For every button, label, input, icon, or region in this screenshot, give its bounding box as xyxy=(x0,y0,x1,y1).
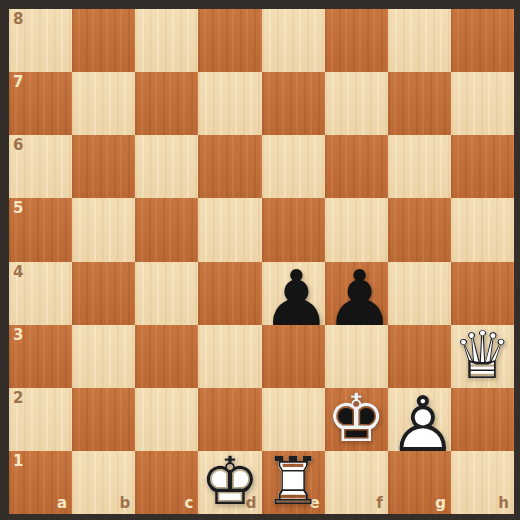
square-e2[interactable] xyxy=(262,388,325,451)
square-h8[interactable] xyxy=(451,9,514,72)
black-king[interactable]: ♚♔ xyxy=(325,388,388,451)
square-b4[interactable] xyxy=(72,262,135,325)
square-d7[interactable] xyxy=(198,72,261,135)
square-f7[interactable] xyxy=(325,72,388,135)
square-g6[interactable] xyxy=(388,135,451,198)
board-frame: 87654♟♟3♛♕2♚♔♟♙1abcd♚♔e♜♖fgh xyxy=(0,0,520,520)
square-f8[interactable] xyxy=(325,9,388,72)
square-e6[interactable] xyxy=(262,135,325,198)
square-a5[interactable]: 5 xyxy=(9,198,72,261)
square-f5[interactable] xyxy=(325,198,388,261)
square-a6[interactable]: 6 xyxy=(9,135,72,198)
coord-file-g: g xyxy=(435,496,446,511)
square-f1[interactable]: f xyxy=(325,451,388,514)
coord-rank-3: 3 xyxy=(13,328,23,343)
square-a2[interactable]: 2 xyxy=(9,388,72,451)
square-h1[interactable]: h xyxy=(451,451,514,514)
square-c3[interactable] xyxy=(135,325,198,388)
square-g4[interactable] xyxy=(388,262,451,325)
coord-rank-4: 4 xyxy=(13,265,23,280)
coord-file-b: b xyxy=(120,496,131,511)
square-h7[interactable] xyxy=(451,72,514,135)
coord-rank-8: 8 xyxy=(13,12,23,27)
square-d4[interactable] xyxy=(198,262,261,325)
square-e3[interactable] xyxy=(262,325,325,388)
square-d6[interactable] xyxy=(198,135,261,198)
coord-file-a: a xyxy=(57,496,67,511)
square-h3[interactable]: ♛♕ xyxy=(451,325,514,388)
coord-rank-5: 5 xyxy=(13,201,23,216)
coord-rank-2: 2 xyxy=(13,391,23,406)
square-f6[interactable] xyxy=(325,135,388,198)
square-a1[interactable]: 1a xyxy=(9,451,72,514)
coord-rank-1: 1 xyxy=(13,454,23,469)
square-d5[interactable] xyxy=(198,198,261,261)
square-c7[interactable] xyxy=(135,72,198,135)
square-a3[interactable]: 3 xyxy=(9,325,72,388)
black-king-outline: ♔ xyxy=(327,386,386,452)
white-rook[interactable]: ♜♖ xyxy=(262,451,325,514)
square-g8[interactable] xyxy=(388,9,451,72)
square-e4[interactable]: ♟ xyxy=(262,262,325,325)
square-a8[interactable]: 8 xyxy=(9,9,72,72)
square-e8[interactable] xyxy=(262,9,325,72)
white-queen[interactable]: ♛♕ xyxy=(451,325,514,388)
white-king[interactable]: ♚♔ xyxy=(198,451,261,514)
square-b2[interactable] xyxy=(72,388,135,451)
square-h4[interactable] xyxy=(451,262,514,325)
square-h2[interactable] xyxy=(451,388,514,451)
square-c6[interactable] xyxy=(135,135,198,198)
square-g3[interactable] xyxy=(388,325,451,388)
square-b8[interactable] xyxy=(72,9,135,72)
coord-rank-6: 6 xyxy=(13,138,23,153)
coord-file-h: h xyxy=(498,496,509,511)
white-rook-outline: ♖ xyxy=(263,449,322,515)
white-pawn[interactable]: ♟♙ xyxy=(388,388,451,451)
square-g2[interactable]: ♟♙ xyxy=(388,388,451,451)
square-f3[interactable] xyxy=(325,325,388,388)
square-c1[interactable]: c xyxy=(135,451,198,514)
square-b5[interactable] xyxy=(72,198,135,261)
square-f4[interactable]: ♟ xyxy=(325,262,388,325)
square-e7[interactable] xyxy=(262,72,325,135)
square-h5[interactable] xyxy=(451,198,514,261)
square-d8[interactable] xyxy=(198,9,261,72)
square-e1[interactable]: e♜♖ xyxy=(262,451,325,514)
white-king-outline: ♔ xyxy=(200,449,259,515)
square-a7[interactable]: 7 xyxy=(9,72,72,135)
square-g5[interactable] xyxy=(388,198,451,261)
coord-rank-7: 7 xyxy=(13,75,23,90)
black-pawn[interactable]: ♟ xyxy=(325,262,388,325)
square-c2[interactable] xyxy=(135,388,198,451)
square-b6[interactable] xyxy=(72,135,135,198)
square-c8[interactable] xyxy=(135,9,198,72)
square-e5[interactable] xyxy=(262,198,325,261)
square-b7[interactable] xyxy=(72,72,135,135)
square-c5[interactable] xyxy=(135,198,198,261)
white-queen-outline: ♕ xyxy=(453,323,512,389)
square-g7[interactable] xyxy=(388,72,451,135)
square-d3[interactable] xyxy=(198,325,261,388)
square-g1[interactable]: g xyxy=(388,451,451,514)
black-pawn[interactable]: ♟ xyxy=(262,262,325,325)
coord-file-c: c xyxy=(184,496,193,511)
square-c4[interactable] xyxy=(135,262,198,325)
coord-file-f: f xyxy=(376,496,383,511)
square-a4[interactable]: 4 xyxy=(9,262,72,325)
square-d2[interactable] xyxy=(198,388,261,451)
chess-board: 87654♟♟3♛♕2♚♔♟♙1abcd♚♔e♜♖fgh xyxy=(9,9,514,514)
square-h6[interactable] xyxy=(451,135,514,198)
square-f2[interactable]: ♚♔ xyxy=(325,388,388,451)
square-b3[interactable] xyxy=(72,325,135,388)
square-b1[interactable]: b xyxy=(72,451,135,514)
square-d1[interactable]: d♚♔ xyxy=(198,451,261,514)
